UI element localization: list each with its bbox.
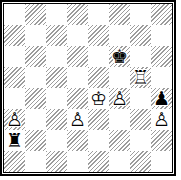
square-c6[interactable] <box>46 46 67 67</box>
square-g1[interactable] <box>130 151 151 172</box>
square-e8[interactable] <box>88 4 109 25</box>
square-b5[interactable] <box>25 67 46 88</box>
square-a2[interactable]: ♜ <box>4 130 25 151</box>
piece-white-pawn-a3: ♙ <box>4 109 25 130</box>
square-c8[interactable] <box>46 4 67 25</box>
square-b1[interactable] <box>25 151 46 172</box>
square-e2[interactable] <box>88 130 109 151</box>
square-d6[interactable] <box>67 46 88 67</box>
piece-white-king-e4: ♔ <box>88 88 109 109</box>
square-f3[interactable] <box>109 109 130 130</box>
square-d3[interactable]: ♟♙ <box>67 109 88 130</box>
square-c5[interactable] <box>46 67 67 88</box>
board-border-inner: ♚♜♖♚♔♟♙♟♟♙♟♙♟♙♜ <box>3 3 173 173</box>
square-h6[interactable] <box>151 46 172 67</box>
square-h4[interactable]: ♟ <box>151 88 172 109</box>
square-h8[interactable] <box>151 4 172 25</box>
square-d1[interactable] <box>67 151 88 172</box>
square-b7[interactable] <box>25 25 46 46</box>
piece-white-pawn-d3: ♙ <box>67 109 88 130</box>
piece-black-rook-a2: ♜ <box>4 130 25 151</box>
square-g7[interactable] <box>130 25 151 46</box>
square-e6[interactable] <box>88 46 109 67</box>
square-g2[interactable] <box>130 130 151 151</box>
diagram-page: ♚♜♖♚♔♟♙♟♟♙♟♙♟♙♜ <box>0 0 181 180</box>
chess-board: ♚♜♖♚♔♟♙♟♟♙♟♙♟♙♜ <box>0 0 176 176</box>
square-h3[interactable]: ♟♙ <box>151 109 172 130</box>
piece-white-pawn-f4: ♙ <box>109 88 130 109</box>
square-d8[interactable] <box>67 4 88 25</box>
square-a7[interactable] <box>4 25 25 46</box>
piece-white-rook-g5: ♖ <box>130 67 151 88</box>
square-b4[interactable] <box>25 88 46 109</box>
square-g5[interactable]: ♜♖ <box>130 67 151 88</box>
square-b8[interactable] <box>25 4 46 25</box>
square-e7[interactable] <box>88 25 109 46</box>
piece-black-pawn-h4: ♟ <box>151 88 172 109</box>
square-e3[interactable] <box>88 109 109 130</box>
square-g4[interactable] <box>130 88 151 109</box>
square-c3[interactable] <box>46 109 67 130</box>
square-f7[interactable] <box>109 25 130 46</box>
square-b2[interactable] <box>25 130 46 151</box>
square-d4[interactable] <box>67 88 88 109</box>
square-f5[interactable] <box>109 67 130 88</box>
square-c7[interactable] <box>46 25 67 46</box>
square-c1[interactable] <box>46 151 67 172</box>
square-a6[interactable] <box>4 46 25 67</box>
square-e1[interactable] <box>88 151 109 172</box>
piece-white-pawn-h3: ♙ <box>151 109 172 130</box>
square-a5[interactable] <box>4 67 25 88</box>
square-g3[interactable] <box>130 109 151 130</box>
square-d7[interactable] <box>67 25 88 46</box>
square-f6[interactable]: ♚ <box>109 46 130 67</box>
square-a1[interactable] <box>4 151 25 172</box>
square-a4[interactable] <box>4 88 25 109</box>
square-e4[interactable]: ♚♔ <box>88 88 109 109</box>
square-h7[interactable] <box>151 25 172 46</box>
square-c2[interactable] <box>46 130 67 151</box>
square-f8[interactable] <box>109 4 130 25</box>
square-g8[interactable] <box>130 4 151 25</box>
square-b3[interactable] <box>25 109 46 130</box>
square-h5[interactable] <box>151 67 172 88</box>
square-a8[interactable] <box>4 4 25 25</box>
piece-black-king-f6: ♚ <box>109 46 130 67</box>
square-f1[interactable] <box>109 151 130 172</box>
square-c4[interactable] <box>46 88 67 109</box>
board-grid: ♚♜♖♚♔♟♙♟♟♙♟♙♟♙♜ <box>4 4 172 172</box>
square-b6[interactable] <box>25 46 46 67</box>
square-d5[interactable] <box>67 67 88 88</box>
square-e5[interactable] <box>88 67 109 88</box>
square-h2[interactable] <box>151 130 172 151</box>
square-a3[interactable]: ♟♙ <box>4 109 25 130</box>
square-f2[interactable] <box>109 130 130 151</box>
square-g6[interactable] <box>130 46 151 67</box>
square-h1[interactable] <box>151 151 172 172</box>
square-f4[interactable]: ♟♙ <box>109 88 130 109</box>
square-d2[interactable] <box>67 130 88 151</box>
